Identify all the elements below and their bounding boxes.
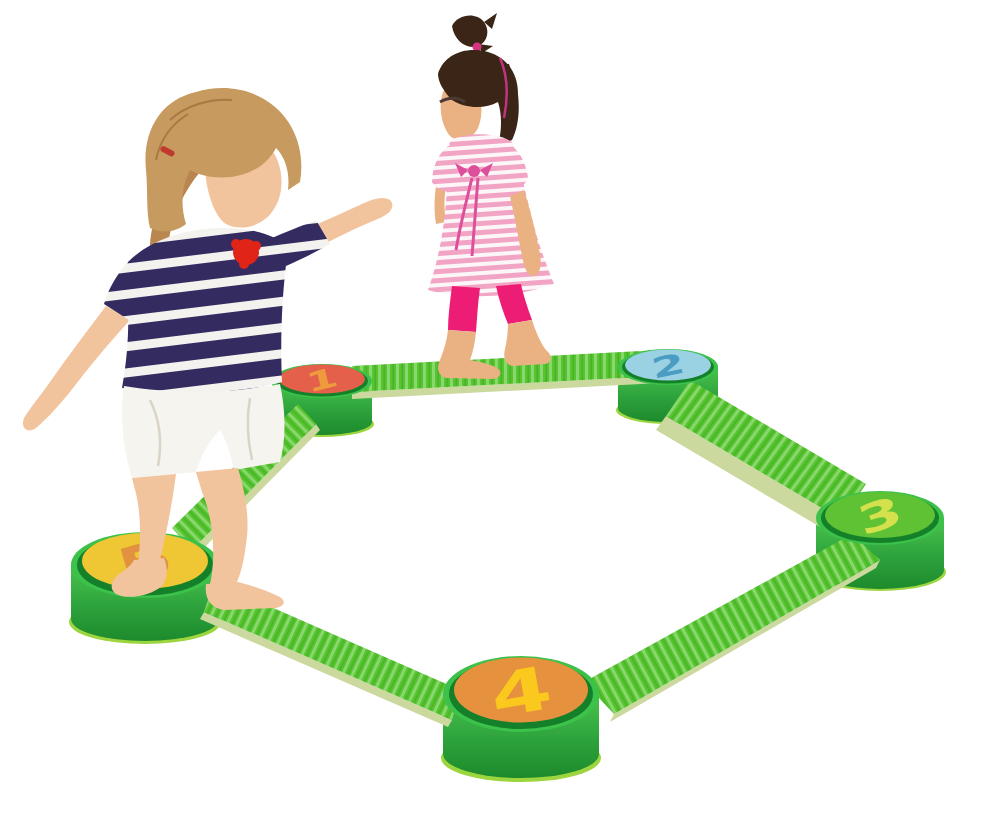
stone-number-4: 4 (485, 652, 557, 732)
girl-right-left-foot (438, 330, 500, 379)
beam-side-edge (200, 612, 452, 727)
balance-beam-3-4 (584, 534, 880, 722)
beam-ridges (584, 534, 880, 714)
child-girl-right (428, 13, 554, 379)
girl-right-legging-left (448, 286, 480, 332)
beam-side-edge (610, 560, 880, 722)
girl-right-sleeve-left (432, 146, 456, 191)
girl-left-front-foot (206, 582, 284, 610)
girl-right-right-foot (504, 320, 551, 366)
girl-left-left-arm (23, 306, 130, 430)
stone-number-2: 2 (648, 347, 687, 385)
balance-course-scene: 1 2 3 4 5 (0, 0, 1000, 825)
girl-left-shirt (122, 228, 288, 393)
scene-canvas: 1 2 3 4 5 (0, 0, 1000, 825)
girl-right-sleeve-right (505, 144, 528, 189)
girl-right-ribbon-bow (468, 165, 480, 177)
girl-right-hair-bun (452, 16, 487, 47)
girl-left-shorts (122, 384, 284, 478)
girl-right-left-arm (435, 186, 447, 224)
stepping-stone-4: 4 (443, 652, 599, 732)
